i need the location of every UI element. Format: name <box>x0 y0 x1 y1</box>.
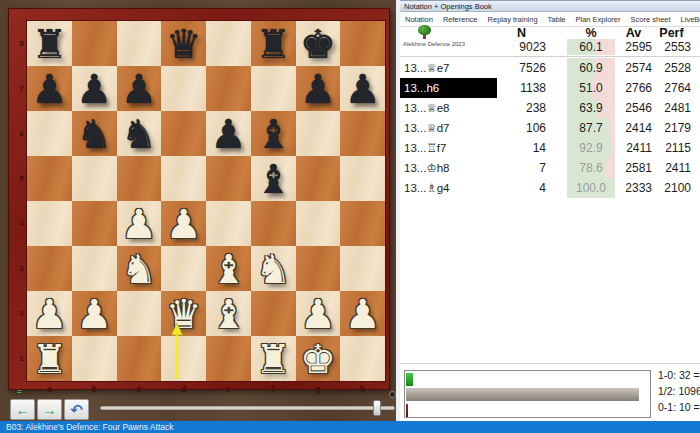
score-percent-cell: 100.0 <box>567 178 615 198</box>
rank-label-6: 6 <box>16 111 27 156</box>
square-g8[interactable]: ♚ <box>296 21 341 66</box>
column-header-n[interactable]: N <box>497 26 546 40</box>
rank-label-7: 7 <box>16 66 27 111</box>
square-h3[interactable] <box>340 246 385 291</box>
square-d2[interactable]: ♛ <box>161 291 206 336</box>
piece-black-rook: ♜ <box>255 24 291 64</box>
takeback-arrow-icon: ↶ <box>70 402 83 417</box>
result-bar-win <box>406 373 413 386</box>
forward-arrow-icon: → <box>43 403 57 417</box>
book-move-row-13e7[interactable]: 13...♕e7752660.925742528 <box>400 58 700 78</box>
tab-bar: NotationReferenceReplay trainingTablePla… <box>400 12 700 27</box>
file-label-b: b <box>72 382 117 397</box>
square-g1[interactable]: ♚ <box>296 336 341 381</box>
square-e1[interactable] <box>206 336 251 381</box>
square-f5[interactable]: ♝ <box>251 156 296 201</box>
performance-elo: 2481 <box>652 101 691 115</box>
piece-white-pawn: ♟ <box>345 294 381 334</box>
square-a8[interactable]: ♜ <box>27 21 72 66</box>
square-f8[interactable]: ♜ <box>251 21 296 66</box>
board-corner-marker: = <box>17 387 22 396</box>
book-moves-list: 13...♕e7752660.92574252813...h6113851.02… <box>400 58 700 198</box>
totals-move-cell <box>400 39 497 55</box>
piece-white-knight: ♞ <box>255 249 291 289</box>
square-h8[interactable] <box>340 21 385 66</box>
takeback-button[interactable]: ↶ <box>64 399 89 420</box>
square-f1[interactable]: ♜ <box>251 336 296 381</box>
square-a2[interactable]: ♟ <box>27 291 72 336</box>
score-percent-cell: 78.6 <box>567 158 615 178</box>
games-count: 7 <box>497 161 546 175</box>
performance-elo: 2179 <box>652 121 691 135</box>
square-d6[interactable] <box>161 111 206 156</box>
square-f3[interactable]: ♞ <box>251 246 296 291</box>
score-percent-cell: 87.7 <box>567 118 615 138</box>
games-count: 238 <box>497 101 546 115</box>
square-b3[interactable] <box>72 246 117 291</box>
piece-white-bishop: ♝ <box>210 294 246 334</box>
move-label[interactable]: 13...♕e8 <box>400 98 497 118</box>
column-headers: N % Av Perf <box>400 26 700 39</box>
tab-plan-explorer[interactable]: Plan Explorer <box>571 12 626 26</box>
games-count: 4 <box>497 181 546 195</box>
square-f2[interactable] <box>251 291 296 336</box>
performance-elo: 2100 <box>652 181 691 195</box>
book-move-row-13f7[interactable]: 13...♖f71492.924112115 <box>400 138 700 158</box>
square-c8[interactable] <box>117 21 162 66</box>
file-label-g: g <box>296 382 341 397</box>
score-percent-cell: 63.9 <box>567 98 615 118</box>
square-e3[interactable]: ♝ <box>206 246 251 291</box>
piece-black-bishop: ♝ <box>255 159 291 199</box>
square-d3[interactable] <box>161 246 206 291</box>
square-g7[interactable]: ♟ <box>296 66 341 111</box>
score-percent-cell: 51.0 <box>567 78 615 98</box>
square-c1[interactable] <box>117 336 162 381</box>
performance-elo: 2528 <box>652 61 691 75</box>
book-move-row-13g4[interactable]: 13...♗g44100.023332100 <box>400 178 700 198</box>
board-panel: ♜♛♜♚♟♟♟♟♟♞♞♟♝♝♟♟♞♝♞♟♟♛♝♟♟♜♜♚ = 87654321a… <box>0 0 400 421</box>
square-c5[interactable] <box>117 156 162 201</box>
piece-white-queen: ♛ <box>166 294 202 334</box>
average-elo: 2414 <box>615 121 652 135</box>
totals-perf: 2553 <box>652 40 691 54</box>
rank-label-5: 5 <box>16 156 27 201</box>
square-e5[interactable] <box>206 156 251 201</box>
rank-label-2: 2 <box>16 291 27 336</box>
book-move-row-13h8[interactable]: 13...♔h8778.625812411 <box>400 158 700 178</box>
opening-classification-text: B03: Alekhine's Defence: Four Pawns Atta… <box>6 422 173 432</box>
move-label[interactable]: 13...♖f7 <box>400 138 497 158</box>
result-bar-loss <box>406 404 408 417</box>
piece-black-pawn: ♟ <box>76 69 112 109</box>
piece-white-rook: ♜ <box>255 339 291 379</box>
score-percent-cell: 60.9 <box>567 58 615 78</box>
piece-white-rook: ♜ <box>31 339 67 379</box>
tab-notation[interactable]: Notation <box>400 12 438 26</box>
piece-black-pawn: ♟ <box>121 69 157 109</box>
back-button[interactable]: ← <box>10 399 35 420</box>
square-g6[interactable] <box>296 111 341 156</box>
games-count: 7526 <box>497 61 546 75</box>
average-elo: 2333 <box>615 181 652 195</box>
pane-title: Notation + Openings Book <box>400 1 700 12</box>
tab-livebook[interactable]: LiveBook <box>676 12 700 26</box>
piece-white-pawn: ♟ <box>31 294 67 334</box>
rank-label-3: 3 <box>16 246 27 291</box>
chess-board-frame: ♜♛♜♚♟♟♟♟♟♞♞♟♝♝♟♟♞♝♞♟♟♛♝♟♟♜♜♚ = 87654321a… <box>8 8 390 390</box>
square-a1[interactable]: ♜ <box>27 336 72 381</box>
square-b8[interactable] <box>72 21 117 66</box>
score-percent-cell: 92.9 <box>567 138 615 158</box>
piece-white-knight: ♞ <box>121 249 157 289</box>
square-a5[interactable] <box>27 156 72 201</box>
performance-elo: 2115 <box>652 141 691 155</box>
piece-black-pawn: ♟ <box>210 114 246 154</box>
square-g5[interactable] <box>296 156 341 201</box>
square-d5[interactable] <box>161 156 206 201</box>
square-c2[interactable] <box>117 291 162 336</box>
square-h1[interactable] <box>340 336 385 381</box>
square-b4[interactable] <box>72 201 117 246</box>
chess-board[interactable]: ♜♛♜♚♟♟♟♟♟♞♞♟♝♝♟♟♞♝♞♟♟♛♝♟♟♜♜♚ <box>27 21 385 381</box>
tab-table[interactable]: Table <box>543 12 571 26</box>
piece-white-king: ♚ <box>300 339 336 379</box>
file-label-h: h <box>340 382 385 397</box>
square-c6[interactable]: ♞ <box>117 111 162 156</box>
average-elo: 2574 <box>615 61 652 75</box>
square-f7[interactable] <box>251 66 296 111</box>
square-d4[interactable]: ♟ <box>161 201 206 246</box>
header-separator <box>400 56 700 57</box>
tab-replay-training[interactable]: Replay training <box>483 12 543 26</box>
square-b6[interactable]: ♞ <box>72 111 117 156</box>
average-elo: 2581 <box>615 161 652 175</box>
square-e4[interactable] <box>206 201 251 246</box>
column-header-av[interactable]: Av <box>615 26 652 40</box>
rank-label-1: 1 <box>16 336 27 381</box>
average-elo: 2546 <box>615 101 652 115</box>
piece-white-pawn: ♟ <box>166 204 202 244</box>
rank-label-8: 8 <box>16 21 27 66</box>
piece-black-bishop: ♝ <box>255 114 291 154</box>
result-bar-draw <box>406 388 639 401</box>
result-label-win: 1-0: 32 = 3% <box>658 369 700 381</box>
totals-pct-cell: 60.1 <box>567 39 615 55</box>
game-position-slider-handle[interactable] <box>373 400 381 416</box>
results-separator <box>400 363 700 364</box>
tab-reference[interactable]: Reference <box>438 12 483 26</box>
tab-score-sheet[interactable]: Score sheet <box>626 12 676 26</box>
square-h6[interactable] <box>340 111 385 156</box>
rank-label-4: 4 <box>16 201 27 246</box>
performance-elo: 2411 <box>652 161 691 175</box>
square-f6[interactable]: ♝ <box>251 111 296 156</box>
totals-row: 9023 60.1 2595 2553 <box>400 39 700 55</box>
square-a7[interactable]: ♟ <box>27 66 72 111</box>
file-label-c: c <box>117 382 162 397</box>
square-d8[interactable]: ♛ <box>161 21 206 66</box>
square-g4[interactable] <box>296 201 341 246</box>
totals-n: 9023 <box>497 40 546 54</box>
square-g3[interactable] <box>296 246 341 291</box>
file-label-a: a <box>27 382 72 397</box>
square-e8[interactable] <box>206 21 251 66</box>
square-e2[interactable]: ♝ <box>206 291 251 336</box>
status-bar: B03: Alekhine's Defence: Four Pawns Atta… <box>0 421 700 433</box>
average-elo: 2766 <box>615 81 652 95</box>
square-a6[interactable] <box>27 111 72 156</box>
games-count: 1138 <box>497 81 546 95</box>
games-count: 106 <box>497 121 546 135</box>
games-count: 14 <box>497 141 546 155</box>
piece-white-pawn: ♟ <box>76 294 112 334</box>
result-label-draw: 1/2: 1096 = 96% <box>658 385 700 397</box>
totals-av: 2595 <box>615 40 652 54</box>
square-d7[interactable] <box>161 66 206 111</box>
piece-white-pawn: ♟ <box>121 204 157 244</box>
move-label[interactable]: 13...♕e7 <box>400 58 497 78</box>
square-g2[interactable]: ♟ <box>296 291 341 336</box>
square-a3[interactable] <box>27 246 72 291</box>
piece-black-knight: ♞ <box>76 114 112 154</box>
piece-black-pawn: ♟ <box>300 69 336 109</box>
move-label[interactable]: 13...♗g4 <box>400 178 497 198</box>
file-label-e: e <box>206 382 251 397</box>
square-e7[interactable] <box>206 66 251 111</box>
move-label[interactable]: 13...♔h8 <box>400 158 497 178</box>
square-f4[interactable] <box>251 201 296 246</box>
board-corner-button[interactable] <box>389 391 396 398</box>
result-label-loss: 0-1: 10 = 1% <box>658 401 700 413</box>
square-h4[interactable] <box>340 201 385 246</box>
square-b1[interactable] <box>72 336 117 381</box>
piece-black-rook: ♜ <box>31 24 67 64</box>
move-label[interactable]: 13...h6 <box>400 78 497 98</box>
back-arrow-icon: ← <box>16 403 30 417</box>
square-h5[interactable] <box>340 156 385 201</box>
application-window: ♜♛♜♚♟♟♟♟♟♞♞♟♝♝♟♟♞♝♞♟♟♛♝♟♟♜♜♚ = 87654321a… <box>0 0 700 433</box>
game-position-slider-track[interactable] <box>100 406 395 410</box>
piece-black-pawn: ♟ <box>345 69 381 109</box>
square-c7[interactable]: ♟ <box>117 66 162 111</box>
square-b2[interactable]: ♟ <box>72 291 117 336</box>
file-label-f: f <box>251 382 296 397</box>
column-header-perf[interactable]: Perf <box>652 26 691 40</box>
forward-button[interactable]: → <box>37 399 62 420</box>
square-c3[interactable]: ♞ <box>117 246 162 291</box>
results-statistics-box <box>404 370 651 418</box>
square-c4[interactable]: ♟ <box>117 201 162 246</box>
book-move-row-13e8[interactable]: 13...♕e823863.925462481 <box>400 98 700 118</box>
square-h2[interactable]: ♟ <box>340 291 385 336</box>
average-elo: 2411 <box>615 141 652 155</box>
move-label[interactable]: 13...♕d7 <box>400 118 497 138</box>
performance-elo: 2764 <box>652 81 691 95</box>
square-a4[interactable] <box>27 201 72 246</box>
column-header-pct[interactable]: % <box>567 26 615 40</box>
square-e6[interactable]: ♟ <box>206 111 251 156</box>
book-move-row-13d7[interactable]: 13...♕d710687.724142179 <box>400 118 700 138</box>
square-h7[interactable]: ♟ <box>340 66 385 111</box>
file-label-d: d <box>161 382 206 397</box>
square-b5[interactable] <box>72 156 117 201</box>
piece-white-pawn: ♟ <box>300 294 336 334</box>
piece-black-pawn: ♟ <box>31 69 67 109</box>
piece-black-queen: ♛ <box>166 24 202 64</box>
square-d1[interactable] <box>161 336 206 381</box>
book-move-row-13h6[interactable]: 13...h6113851.027662764 <box>400 78 700 98</box>
piece-black-knight: ♞ <box>121 114 157 154</box>
piece-white-bishop: ♝ <box>210 249 246 289</box>
piece-black-king: ♚ <box>300 24 336 64</box>
square-b7[interactable]: ♟ <box>72 66 117 111</box>
